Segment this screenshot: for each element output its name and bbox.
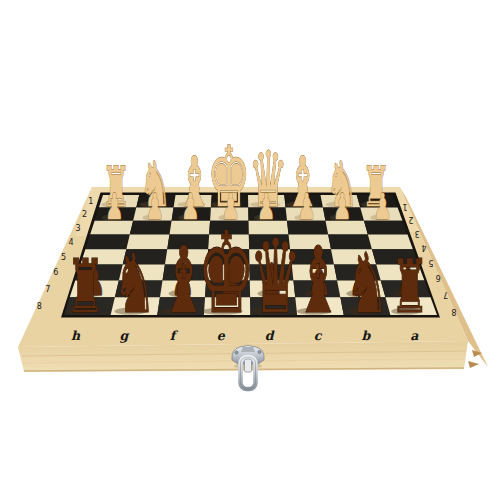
rank-label-right-2: 2: [408, 215, 413, 224]
piece-black-rook-a8[interactable]: ♜: [391, 244, 429, 330]
rank-label-left-5: 5: [61, 253, 66, 262]
product-photo-stage: { "game": "chess", "scene": "Overhead-an…: [0, 0, 500, 500]
piece-white-pawn-g2[interactable]: ♟: [145, 186, 164, 228]
file-label-near-a: a: [410, 328, 419, 343]
piece-white-pawn-a2[interactable]: ♟: [373, 186, 392, 228]
rank-label-left-2: 2: [82, 210, 87, 219]
rank-label-right-1: 1: [402, 202, 407, 211]
chess-set-scene: hgfedcba hgfedcba 12345678 12345678 ♜♞♝♛…: [0, 0, 500, 500]
clasp-screw: [258, 350, 261, 353]
rank-label-left-3: 3: [75, 224, 80, 233]
piece-black-knight-b8[interactable]: ♞: [346, 235, 389, 332]
piece-black-knight-g8[interactable]: ♞: [113, 235, 156, 332]
clasp-screw: [235, 351, 238, 354]
rank-label-right-3: 3: [415, 229, 420, 238]
piece-white-pawn-b2[interactable]: ♟: [333, 186, 352, 228]
piece-black-queen-d8[interactable]: ♛: [249, 218, 302, 337]
rank-label-left-6: 6: [53, 268, 58, 277]
file-label-near-h: h: [71, 328, 81, 343]
rank-label-left-7: 7: [45, 285, 50, 294]
rank-label-right-6: 6: [436, 273, 441, 282]
clasp-slot: [245, 359, 252, 372]
rank-label-left-8: 8: [37, 302, 42, 311]
rank-label-right-7: 7: [443, 290, 448, 299]
clasp-hinge: [241, 347, 255, 352]
piece-black-bishop-f8[interactable]: ♝: [160, 227, 208, 335]
piece-white-pawn-h2[interactable]: ♟: [105, 186, 124, 228]
piece-black-rook-h8[interactable]: ♜: [66, 244, 104, 330]
rank-label-right-8: 8: [451, 307, 456, 316]
rank-label-left-1: 1: [88, 197, 93, 206]
